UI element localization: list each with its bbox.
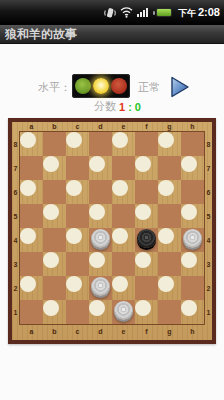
square-h8[interactable] bbox=[181, 132, 204, 156]
vibrate-icon bbox=[104, 7, 116, 19]
file-label-e-top: e bbox=[112, 123, 135, 131]
square-d6[interactable] bbox=[89, 180, 112, 204]
square-b5[interactable] bbox=[43, 204, 59, 220]
square-a8[interactable] bbox=[20, 132, 36, 148]
square-a3[interactable] bbox=[20, 252, 43, 276]
square-f1[interactable] bbox=[135, 300, 151, 316]
level-status-text: 正常 bbox=[138, 80, 160, 95]
app-screen: 下午2:08 狼和羊的故事 水平： 正常 分数 1 : 0 bbox=[0, 0, 224, 400]
square-h7[interactable] bbox=[181, 156, 197, 172]
file-label-a-top: a bbox=[20, 123, 43, 131]
square-f7[interactable] bbox=[135, 156, 151, 172]
file-labels-top: abcdefgh bbox=[20, 122, 204, 131]
square-h6[interactable] bbox=[181, 180, 204, 204]
square-f3[interactable] bbox=[135, 252, 151, 268]
square-g5[interactable] bbox=[158, 204, 181, 228]
rank-label-6-left: 6 bbox=[12, 180, 19, 204]
square-e7[interactable] bbox=[112, 156, 135, 180]
rank-labels-left: 87654321 bbox=[12, 132, 19, 324]
white-piece-e1[interactable] bbox=[114, 301, 133, 320]
square-c4[interactable] bbox=[66, 228, 82, 244]
rank-label-1-right: 1 bbox=[205, 300, 212, 324]
black-piece-f4[interactable] bbox=[137, 229, 156, 248]
square-g3[interactable] bbox=[158, 252, 181, 276]
file-label-d-top: d bbox=[89, 123, 112, 131]
rank-label-2-right: 2 bbox=[205, 276, 212, 300]
square-h2[interactable] bbox=[181, 276, 204, 300]
file-label-b-bottom: b bbox=[43, 328, 66, 336]
square-d1[interactable] bbox=[89, 300, 105, 316]
square-b4[interactable] bbox=[43, 228, 66, 252]
square-c1[interactable] bbox=[66, 300, 89, 324]
square-d7[interactable] bbox=[89, 156, 105, 172]
square-c3[interactable] bbox=[66, 252, 89, 276]
score-label: 分数 bbox=[94, 99, 116, 114]
white-piece-h4[interactable] bbox=[183, 229, 202, 248]
signal-icon bbox=[137, 7, 149, 18]
status-bar: 下午2:08 bbox=[0, 0, 224, 25]
rank-label-7-left: 7 bbox=[12, 156, 19, 180]
square-g4[interactable] bbox=[158, 228, 174, 244]
square-g7[interactable] bbox=[158, 156, 181, 180]
rank-label-8-right: 8 bbox=[205, 132, 212, 156]
square-d5[interactable] bbox=[89, 204, 105, 220]
square-d3[interactable] bbox=[89, 252, 105, 268]
square-b6[interactable] bbox=[43, 180, 66, 204]
square-f2[interactable] bbox=[135, 276, 158, 300]
square-e3[interactable] bbox=[112, 252, 135, 276]
square-b1[interactable] bbox=[43, 300, 59, 316]
file-label-g-top: g bbox=[158, 123, 181, 131]
file-label-e-bottom: e bbox=[112, 328, 135, 336]
square-h4[interactable] bbox=[181, 228, 204, 252]
square-h5[interactable] bbox=[181, 204, 197, 220]
square-a7[interactable] bbox=[20, 156, 43, 180]
square-e1[interactable] bbox=[112, 300, 135, 324]
rank-label-1-left: 1 bbox=[12, 300, 19, 324]
green-light[interactable] bbox=[75, 78, 91, 94]
file-label-c-top: c bbox=[66, 123, 89, 131]
file-label-c-bottom: c bbox=[66, 328, 89, 336]
checkers-board: abcdefgh abcdefgh 87654321 87654321 bbox=[8, 118, 216, 344]
square-g1[interactable] bbox=[158, 300, 181, 324]
square-b8[interactable] bbox=[43, 132, 66, 156]
file-label-h-top: h bbox=[181, 123, 204, 131]
rank-label-3-right: 3 bbox=[205, 252, 212, 276]
file-labels-bottom: abcdefgh bbox=[20, 325, 204, 339]
square-c8[interactable] bbox=[66, 132, 82, 148]
square-e6[interactable] bbox=[112, 180, 128, 196]
square-g8[interactable] bbox=[158, 132, 174, 148]
white-piece-d2[interactable] bbox=[91, 277, 110, 296]
square-a1[interactable] bbox=[20, 300, 43, 324]
file-label-f-top: f bbox=[135, 123, 158, 131]
app-title: 狼和羊的故事 bbox=[0, 26, 77, 43]
square-a2[interactable] bbox=[20, 276, 36, 292]
score-black: 1 bbox=[119, 101, 125, 113]
square-e8[interactable] bbox=[112, 132, 128, 148]
play-button[interactable] bbox=[169, 75, 191, 99]
level-label: 水平： bbox=[38, 80, 71, 95]
white-piece-d4[interactable] bbox=[91, 229, 110, 248]
rank-label-5-left: 5 bbox=[12, 204, 19, 228]
file-label-d-bottom: d bbox=[89, 328, 112, 336]
square-b7[interactable] bbox=[43, 156, 59, 172]
square-c5[interactable] bbox=[66, 204, 89, 228]
square-a5[interactable] bbox=[20, 204, 43, 228]
square-c2[interactable] bbox=[66, 276, 82, 292]
square-f4[interactable] bbox=[135, 228, 158, 252]
rank-label-4-right: 4 bbox=[205, 228, 212, 252]
square-f5[interactable] bbox=[135, 204, 151, 220]
red-light[interactable] bbox=[111, 78, 127, 94]
rank-label-2-left: 2 bbox=[12, 276, 19, 300]
square-c7[interactable] bbox=[66, 156, 89, 180]
square-h1[interactable] bbox=[181, 300, 197, 316]
score-separator: : bbox=[128, 101, 132, 113]
rank-label-4-left: 4 bbox=[12, 228, 19, 252]
yellow-light-active[interactable] bbox=[93, 78, 109, 94]
square-e4[interactable] bbox=[112, 228, 128, 244]
score-white: 0 bbox=[135, 101, 141, 113]
square-g6[interactable] bbox=[158, 180, 174, 196]
square-b3[interactable] bbox=[43, 252, 59, 268]
square-d8[interactable] bbox=[89, 132, 112, 156]
square-e5[interactable] bbox=[112, 204, 135, 228]
square-a6[interactable] bbox=[20, 180, 36, 196]
square-g2[interactable] bbox=[158, 276, 174, 292]
battery-icon bbox=[153, 8, 172, 17]
square-f6[interactable] bbox=[135, 180, 158, 204]
status-time: 下午2:08 bbox=[178, 6, 220, 20]
file-label-b-top: b bbox=[43, 123, 66, 131]
square-a4[interactable] bbox=[20, 228, 36, 244]
rank-label-5-right: 5 bbox=[205, 204, 212, 228]
square-d4[interactable] bbox=[89, 228, 112, 252]
file-label-h-bottom: h bbox=[181, 328, 204, 336]
file-label-g-bottom: g bbox=[158, 328, 181, 336]
rank-label-6-right: 6 bbox=[205, 180, 212, 204]
square-c6[interactable] bbox=[66, 180, 82, 196]
traffic-light-level-indicator[interactable] bbox=[72, 74, 130, 98]
rank-label-7-right: 7 bbox=[205, 156, 212, 180]
wifi-icon bbox=[120, 7, 133, 18]
file-label-a-bottom: a bbox=[20, 328, 43, 336]
square-h3[interactable] bbox=[181, 252, 197, 268]
rank-labels-right: 87654321 bbox=[205, 132, 212, 324]
rank-label-8-left: 8 bbox=[12, 132, 19, 156]
square-d2[interactable] bbox=[89, 276, 112, 300]
square-e2[interactable] bbox=[112, 276, 128, 292]
rank-label-3-left: 3 bbox=[12, 252, 19, 276]
board-grid bbox=[19, 131, 205, 325]
square-b2[interactable] bbox=[43, 276, 66, 300]
score-row: 分数 1 : 0 bbox=[94, 99, 141, 114]
title-bar: 狼和羊的故事 bbox=[0, 25, 224, 44]
square-f8[interactable] bbox=[135, 132, 158, 156]
file-label-f-bottom: f bbox=[135, 328, 158, 336]
